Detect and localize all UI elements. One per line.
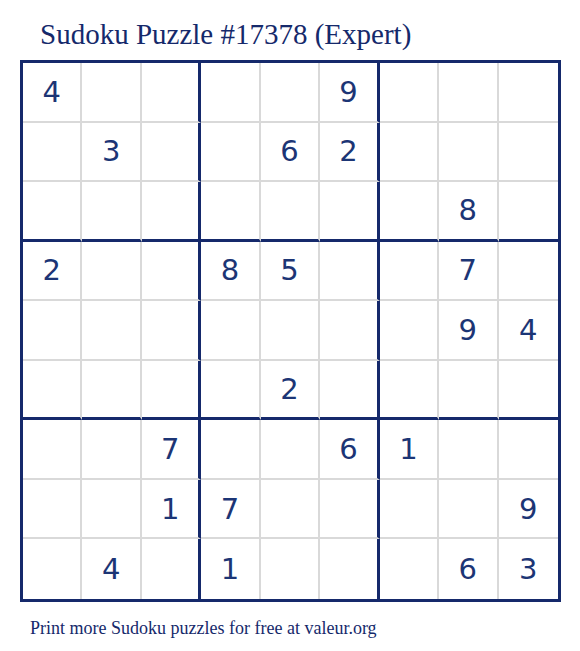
cell-r9c8: 6 [439, 539, 498, 599]
cell-r4c1: 2 [23, 242, 82, 302]
cell-r3c5 [261, 182, 320, 242]
cell-r1c9 [499, 63, 558, 123]
cell-r6c8 [439, 361, 498, 421]
cell-r9c7 [380, 539, 439, 599]
cell-r6c4 [201, 361, 260, 421]
cell-r7c6: 6 [320, 420, 379, 480]
cell-r4c7 [380, 242, 439, 302]
cell-r5c2 [82, 301, 141, 361]
cell-r4c9 [499, 242, 558, 302]
cell-r5c1 [23, 301, 82, 361]
footer-promo-text: Print more Sudoku puzzles for free at va… [30, 617, 377, 639]
cell-r8c6 [320, 480, 379, 540]
cell-r2c7 [380, 123, 439, 183]
cell-r8c5 [261, 480, 320, 540]
cell-r4c4: 8 [201, 242, 260, 302]
cell-r2c3 [142, 123, 201, 183]
cell-r1c6: 9 [320, 63, 379, 123]
cell-r8c8 [439, 480, 498, 540]
cell-r3c4 [201, 182, 260, 242]
cell-r9c5 [261, 539, 320, 599]
cell-r2c9 [499, 123, 558, 183]
cell-r5c8: 9 [439, 301, 498, 361]
cell-r7c5 [261, 420, 320, 480]
cell-r8c2 [82, 480, 141, 540]
cell-r2c5: 6 [261, 123, 320, 183]
cell-r1c7 [380, 63, 439, 123]
sudoku-board: 49362828579427611794163 [20, 60, 561, 602]
cell-r9c2: 4 [82, 539, 141, 599]
cell-r2c1 [23, 123, 82, 183]
cell-r4c3 [142, 242, 201, 302]
cell-r5c9: 4 [499, 301, 558, 361]
cell-r1c1: 4 [23, 63, 82, 123]
cell-r5c4 [201, 301, 260, 361]
cell-r1c5 [261, 63, 320, 123]
cell-r3c2 [82, 182, 141, 242]
cell-r4c5: 5 [261, 242, 320, 302]
cell-r2c4 [201, 123, 260, 183]
cell-r9c6 [320, 539, 379, 599]
cell-r3c1 [23, 182, 82, 242]
cell-r2c6: 2 [320, 123, 379, 183]
cell-r7c1 [23, 420, 82, 480]
cell-r9c3 [142, 539, 201, 599]
cell-r6c2 [82, 361, 141, 421]
cell-r5c7 [380, 301, 439, 361]
cell-r3c9 [499, 182, 558, 242]
cell-r3c6 [320, 182, 379, 242]
cell-r8c4: 7 [201, 480, 260, 540]
cell-r7c8 [439, 420, 498, 480]
cell-r6c7 [380, 361, 439, 421]
cell-r4c2 [82, 242, 141, 302]
cell-r5c3 [142, 301, 201, 361]
cell-r7c3: 7 [142, 420, 201, 480]
cell-r3c8: 8 [439, 182, 498, 242]
cell-r6c1 [23, 361, 82, 421]
cell-r5c6 [320, 301, 379, 361]
cell-r6c9 [499, 361, 558, 421]
cell-r8c7 [380, 480, 439, 540]
cell-r4c8: 7 [439, 242, 498, 302]
page-title: Sudoku Puzzle #17378 (Expert) [40, 17, 411, 51]
cell-r1c2 [82, 63, 141, 123]
cell-r6c6 [320, 361, 379, 421]
cell-r9c9: 3 [499, 539, 558, 599]
cell-r6c5: 2 [261, 361, 320, 421]
cell-r7c7: 1 [380, 420, 439, 480]
cell-r7c2 [82, 420, 141, 480]
cell-r7c4 [201, 420, 260, 480]
cell-r9c1 [23, 539, 82, 599]
cell-r4c6 [320, 242, 379, 302]
cell-r9c4: 1 [201, 539, 260, 599]
cell-r1c8 [439, 63, 498, 123]
cell-r2c2: 3 [82, 123, 141, 183]
cell-r1c3 [142, 63, 201, 123]
cell-r3c3 [142, 182, 201, 242]
cell-r8c9: 9 [499, 480, 558, 540]
cell-r6c3 [142, 361, 201, 421]
cell-r8c1 [23, 480, 82, 540]
cell-r1c4 [201, 63, 260, 123]
cell-r2c8 [439, 123, 498, 183]
cell-r5c5 [261, 301, 320, 361]
cell-r7c9 [499, 420, 558, 480]
cell-r3c7 [380, 182, 439, 242]
cell-r8c3: 1 [142, 480, 201, 540]
